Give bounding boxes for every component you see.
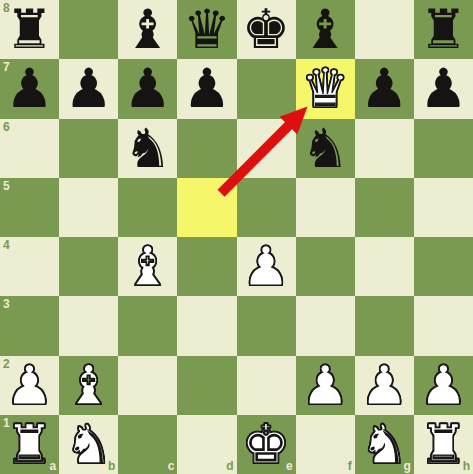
square-b1[interactable]: b♞	[59, 415, 118, 474]
square-a6[interactable]: 6	[0, 119, 59, 178]
square-h1[interactable]: h♜	[414, 415, 473, 474]
square-d5[interactable]	[177, 178, 236, 237]
black-bishop-f8[interactable]: ♝	[301, 0, 349, 59]
white-knight-g1[interactable]: ♞	[360, 415, 408, 474]
black-pawn-d7[interactable]: ♟	[183, 59, 231, 118]
white-queen-f7[interactable]: ♛	[301, 59, 349, 118]
square-g4[interactable]	[355, 237, 414, 296]
black-bishop-c8[interactable]: ♝	[124, 0, 172, 59]
black-knight-c6[interactable]: ♞	[124, 119, 172, 178]
square-g3[interactable]	[355, 296, 414, 355]
square-c7[interactable]: ♟	[118, 59, 177, 118]
black-pawn-a7[interactable]: ♟	[5, 59, 53, 118]
square-h2[interactable]: ♟	[414, 356, 473, 415]
square-d2[interactable]	[177, 356, 236, 415]
rank-label-3: 3	[3, 298, 10, 310]
black-rook-h8[interactable]: ♜	[419, 0, 467, 59]
white-king-e1[interactable]: ♚	[242, 415, 290, 474]
file-label-f: f	[348, 460, 352, 472]
white-pawn-e4[interactable]: ♟	[242, 237, 290, 296]
square-f5[interactable]	[296, 178, 355, 237]
square-a8[interactable]: 8♜	[0, 0, 59, 59]
square-h8[interactable]: ♜	[414, 0, 473, 59]
square-f4[interactable]	[296, 237, 355, 296]
square-h3[interactable]	[414, 296, 473, 355]
chess-board: 8♜♝♛♚♝♜7♟♟♟♟♛♟♟6♞♞54♝♟32♟♝♟♟♟1a♜b♞cde♚fg…	[0, 0, 473, 474]
square-a2[interactable]: 2♟	[0, 356, 59, 415]
square-f3[interactable]	[296, 296, 355, 355]
square-d8[interactable]: ♛	[177, 0, 236, 59]
white-knight-b1[interactable]: ♞	[64, 415, 112, 474]
square-e5[interactable]	[237, 178, 296, 237]
square-c8[interactable]: ♝	[118, 0, 177, 59]
square-h7[interactable]: ♟	[414, 59, 473, 118]
square-f2[interactable]: ♟	[296, 356, 355, 415]
black-rook-a8[interactable]: ♜	[5, 0, 53, 59]
square-f6[interactable]: ♞	[296, 119, 355, 178]
square-g2[interactable]: ♟	[355, 356, 414, 415]
square-a1[interactable]: 1a♜	[0, 415, 59, 474]
black-knight-f6[interactable]: ♞	[301, 119, 349, 178]
square-g5[interactable]	[355, 178, 414, 237]
rank-label-4: 4	[3, 239, 10, 251]
rank-label-6: 6	[3, 121, 10, 133]
white-pawn-f2[interactable]: ♟	[301, 356, 349, 415]
square-d4[interactable]	[177, 237, 236, 296]
black-pawn-h7[interactable]: ♟	[419, 59, 467, 118]
square-b8[interactable]	[59, 0, 118, 59]
square-h6[interactable]	[414, 119, 473, 178]
black-pawn-c7[interactable]: ♟	[124, 59, 172, 118]
black-king-e8[interactable]: ♚	[242, 0, 290, 59]
square-b7[interactable]: ♟	[59, 59, 118, 118]
square-f8[interactable]: ♝	[296, 0, 355, 59]
square-g6[interactable]	[355, 119, 414, 178]
square-g7[interactable]: ♟	[355, 59, 414, 118]
white-pawn-a2[interactable]: ♟	[5, 356, 53, 415]
square-a7[interactable]: 7♟	[0, 59, 59, 118]
black-queen-d8[interactable]: ♛	[183, 0, 231, 59]
white-rook-h1[interactable]: ♜	[419, 415, 467, 474]
white-bishop-c4[interactable]: ♝	[124, 237, 172, 296]
square-e6[interactable]	[237, 119, 296, 178]
white-pawn-g2[interactable]: ♟	[360, 356, 408, 415]
square-b6[interactable]	[59, 119, 118, 178]
square-c6[interactable]: ♞	[118, 119, 177, 178]
square-g1[interactable]: g♞	[355, 415, 414, 474]
square-e4[interactable]: ♟	[237, 237, 296, 296]
square-d1[interactable]: d	[177, 415, 236, 474]
square-d7[interactable]: ♟	[177, 59, 236, 118]
square-f7[interactable]: ♛	[296, 59, 355, 118]
square-c1[interactable]: c	[118, 415, 177, 474]
square-a5[interactable]: 5	[0, 178, 59, 237]
file-label-c: c	[168, 460, 175, 472]
white-pawn-h2[interactable]: ♟	[419, 356, 467, 415]
square-b5[interactable]	[59, 178, 118, 237]
square-h5[interactable]	[414, 178, 473, 237]
white-bishop-b2[interactable]: ♝	[64, 356, 112, 415]
square-e8[interactable]: ♚	[237, 0, 296, 59]
square-e1[interactable]: e♚	[237, 415, 296, 474]
white-rook-a1[interactable]: ♜	[5, 415, 53, 474]
file-label-d: d	[226, 460, 233, 472]
square-b3[interactable]	[59, 296, 118, 355]
square-c2[interactable]	[118, 356, 177, 415]
square-b2[interactable]: ♝	[59, 356, 118, 415]
square-e2[interactable]	[237, 356, 296, 415]
square-c5[interactable]	[118, 178, 177, 237]
square-f1[interactable]: f	[296, 415, 355, 474]
square-h4[interactable]	[414, 237, 473, 296]
square-b4[interactable]	[59, 237, 118, 296]
square-d6[interactable]	[177, 119, 236, 178]
square-a4[interactable]: 4	[0, 237, 59, 296]
square-c3[interactable]	[118, 296, 177, 355]
square-e3[interactable]	[237, 296, 296, 355]
square-g8[interactable]	[355, 0, 414, 59]
black-pawn-b7[interactable]: ♟	[64, 59, 112, 118]
square-a3[interactable]: 3	[0, 296, 59, 355]
square-c4[interactable]: ♝	[118, 237, 177, 296]
black-pawn-g7[interactable]: ♟	[360, 59, 408, 118]
rank-label-5: 5	[3, 180, 10, 192]
square-d3[interactable]	[177, 296, 236, 355]
square-e7[interactable]	[237, 59, 296, 118]
